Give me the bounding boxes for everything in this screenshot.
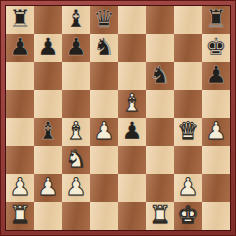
white-pawn[interactable]: ♟ bbox=[65, 174, 87, 201]
square-d1[interactable] bbox=[90, 202, 118, 230]
square-f1[interactable]: ♜ bbox=[146, 202, 174, 230]
square-f4[interactable] bbox=[146, 118, 174, 146]
black-queen[interactable]: ♛ bbox=[93, 6, 115, 33]
square-a2[interactable]: ♟ bbox=[6, 174, 34, 202]
black-knight[interactable]: ♞ bbox=[149, 62, 171, 89]
white-king[interactable]: ♚ bbox=[177, 202, 199, 229]
square-d4[interactable]: ♟ bbox=[90, 118, 118, 146]
square-g8[interactable] bbox=[174, 6, 202, 34]
square-h1[interactable] bbox=[202, 202, 230, 230]
square-b8[interactable] bbox=[34, 6, 62, 34]
white-rook[interactable]: ♜ bbox=[9, 202, 31, 229]
square-a6[interactable] bbox=[6, 62, 34, 90]
square-f7[interactable] bbox=[146, 34, 174, 62]
square-a1[interactable]: ♜ bbox=[6, 202, 34, 230]
square-h5[interactable] bbox=[202, 90, 230, 118]
square-g5[interactable] bbox=[174, 90, 202, 118]
black-bishop[interactable]: ♝ bbox=[37, 118, 59, 145]
square-g3[interactable] bbox=[174, 146, 202, 174]
square-g7[interactable] bbox=[174, 34, 202, 62]
square-f6[interactable]: ♞ bbox=[146, 62, 174, 90]
square-g6[interactable] bbox=[174, 62, 202, 90]
square-c8[interactable]: ♝ bbox=[62, 6, 90, 34]
square-h4[interactable]: ♟ bbox=[202, 118, 230, 146]
square-b3[interactable] bbox=[34, 146, 62, 174]
square-g1[interactable]: ♚ bbox=[174, 202, 202, 230]
black-rook[interactable]: ♜ bbox=[9, 6, 31, 33]
square-b1[interactable] bbox=[34, 202, 62, 230]
square-c2[interactable]: ♟ bbox=[62, 174, 90, 202]
square-e7[interactable] bbox=[118, 34, 146, 62]
white-pawn[interactable]: ♟ bbox=[93, 118, 115, 145]
square-a5[interactable] bbox=[6, 90, 34, 118]
black-king[interactable]: ♚ bbox=[205, 34, 227, 61]
black-pawn[interactable]: ♟ bbox=[205, 62, 227, 89]
square-c5[interactable] bbox=[62, 90, 90, 118]
black-pawn[interactable]: ♟ bbox=[37, 34, 59, 61]
chess-board: ♜♝♛♜♟♟♟♞♚♞♟♝♝♝♟♟♛♟♞♟♟♟♟♜♜♚ bbox=[5, 5, 231, 231]
board-frame: ♜♝♛♜♟♟♟♞♚♞♟♝♝♝♟♟♛♟♞♟♟♟♟♜♜♚ bbox=[0, 0, 236, 236]
square-e3[interactable] bbox=[118, 146, 146, 174]
square-c1[interactable] bbox=[62, 202, 90, 230]
square-e6[interactable] bbox=[118, 62, 146, 90]
square-c6[interactable] bbox=[62, 62, 90, 90]
white-bishop[interactable]: ♝ bbox=[121, 90, 143, 117]
square-d3[interactable] bbox=[90, 146, 118, 174]
square-e1[interactable] bbox=[118, 202, 146, 230]
white-bishop[interactable]: ♝ bbox=[65, 118, 87, 145]
square-f5[interactable] bbox=[146, 90, 174, 118]
square-a8[interactable]: ♜ bbox=[6, 6, 34, 34]
square-b7[interactable]: ♟ bbox=[34, 34, 62, 62]
white-pawn[interactable]: ♟ bbox=[177, 174, 199, 201]
square-c4[interactable]: ♝ bbox=[62, 118, 90, 146]
square-f8[interactable] bbox=[146, 6, 174, 34]
square-c7[interactable]: ♟ bbox=[62, 34, 90, 62]
black-knight[interactable]: ♞ bbox=[93, 34, 115, 61]
square-e2[interactable] bbox=[118, 174, 146, 202]
square-a7[interactable]: ♟ bbox=[6, 34, 34, 62]
black-pawn[interactable]: ♟ bbox=[65, 34, 87, 61]
square-h8[interactable]: ♜ bbox=[202, 6, 230, 34]
white-pawn[interactable]: ♟ bbox=[37, 174, 59, 201]
black-pawn[interactable]: ♟ bbox=[9, 34, 31, 61]
black-pawn[interactable]: ♟ bbox=[121, 118, 143, 145]
white-knight[interactable]: ♞ bbox=[65, 146, 87, 173]
square-b2[interactable]: ♟ bbox=[34, 174, 62, 202]
square-h3[interactable] bbox=[202, 146, 230, 174]
square-d6[interactable] bbox=[90, 62, 118, 90]
square-f2[interactable] bbox=[146, 174, 174, 202]
square-e8[interactable] bbox=[118, 6, 146, 34]
square-h6[interactable]: ♟ bbox=[202, 62, 230, 90]
square-d8[interactable]: ♛ bbox=[90, 6, 118, 34]
square-b4[interactable]: ♝ bbox=[34, 118, 62, 146]
square-g4[interactable]: ♛ bbox=[174, 118, 202, 146]
square-e4[interactable]: ♟ bbox=[118, 118, 146, 146]
square-d2[interactable] bbox=[90, 174, 118, 202]
white-pawn[interactable]: ♟ bbox=[205, 118, 227, 145]
square-f3[interactable] bbox=[146, 146, 174, 174]
square-b6[interactable] bbox=[34, 62, 62, 90]
square-b5[interactable] bbox=[34, 90, 62, 118]
square-a4[interactable] bbox=[6, 118, 34, 146]
black-bishop[interactable]: ♝ bbox=[65, 6, 87, 33]
square-d5[interactable] bbox=[90, 90, 118, 118]
square-c3[interactable]: ♞ bbox=[62, 146, 90, 174]
square-e5[interactable]: ♝ bbox=[118, 90, 146, 118]
black-rook[interactable]: ♜ bbox=[205, 6, 227, 33]
square-a3[interactable] bbox=[6, 146, 34, 174]
square-h2[interactable] bbox=[202, 174, 230, 202]
square-h7[interactable]: ♚ bbox=[202, 34, 230, 62]
white-pawn[interactable]: ♟ bbox=[9, 174, 31, 201]
square-g2[interactable]: ♟ bbox=[174, 174, 202, 202]
white-rook[interactable]: ♜ bbox=[149, 202, 171, 229]
square-d7[interactable]: ♞ bbox=[90, 34, 118, 62]
white-queen[interactable]: ♛ bbox=[177, 118, 199, 145]
